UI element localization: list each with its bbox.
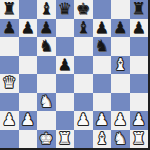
square-e5[interactable] <box>74 56 93 75</box>
square-h7[interactable]: ♟ <box>130 19 149 38</box>
square-f7[interactable]: ♟ <box>93 19 112 38</box>
square-c1[interactable]: ♚ <box>37 130 56 149</box>
square-d4[interactable] <box>56 74 75 93</box>
square-g7[interactable]: ♟ <box>111 19 130 38</box>
square-h6[interactable] <box>130 37 149 56</box>
square-g2[interactable]: ♟ <box>111 111 130 130</box>
square-g5[interactable]: ♝ <box>111 56 130 75</box>
black-queen-piece[interactable]: ♛ <box>58 1 72 17</box>
chess-board: ♜♝♛♚♜♟♟♟♝♟♟♟♞♞♟♝♛♞♟♟♟♟♟♟♚♜♝♞♜ <box>0 0 150 150</box>
white-rook-piece[interactable]: ♜ <box>132 131 146 147</box>
square-e3[interactable] <box>74 93 93 112</box>
square-f6[interactable]: ♞ <box>93 37 112 56</box>
square-d8[interactable]: ♛ <box>56 0 75 19</box>
square-b7[interactable]: ♟ <box>19 19 38 38</box>
black-pawn-piece[interactable]: ♟ <box>95 20 109 36</box>
black-king-piece[interactable]: ♚ <box>76 1 90 17</box>
white-pawn-piece[interactable]: ♟ <box>113 112 127 128</box>
square-d2[interactable] <box>56 111 75 130</box>
square-a2[interactable]: ♟ <box>0 111 19 130</box>
square-e7[interactable]: ♝ <box>74 19 93 38</box>
white-queen-piece[interactable]: ♛ <box>2 75 16 91</box>
square-e4[interactable] <box>74 74 93 93</box>
black-rook-piece[interactable]: ♜ <box>132 1 146 17</box>
white-knight-piece[interactable]: ♞ <box>113 131 127 147</box>
square-a8[interactable]: ♜ <box>0 0 19 19</box>
square-e1[interactable] <box>74 130 93 149</box>
square-h2[interactable]: ♟ <box>130 111 149 130</box>
black-pawn-piece[interactable]: ♟ <box>21 20 35 36</box>
square-c7[interactable]: ♟ <box>37 19 56 38</box>
square-e8[interactable]: ♚ <box>74 0 93 19</box>
square-d6[interactable] <box>56 37 75 56</box>
square-c8[interactable]: ♝ <box>37 0 56 19</box>
square-h5[interactable] <box>130 56 149 75</box>
square-h4[interactable] <box>130 74 149 93</box>
black-pawn-piece[interactable]: ♟ <box>113 20 127 36</box>
square-f3[interactable] <box>93 93 112 112</box>
square-f5[interactable] <box>93 56 112 75</box>
white-bishop-piece[interactable]: ♝ <box>113 57 127 73</box>
square-b8[interactable] <box>19 0 38 19</box>
square-c2[interactable] <box>37 111 56 130</box>
black-bishop-piece[interactable]: ♝ <box>39 1 53 17</box>
white-pawn-piece[interactable]: ♟ <box>76 112 90 128</box>
square-g4[interactable] <box>111 74 130 93</box>
square-h1[interactable]: ♜ <box>130 130 149 149</box>
white-king-piece[interactable]: ♚ <box>39 131 53 147</box>
white-bishop-piece[interactable]: ♝ <box>95 131 109 147</box>
white-pawn-piece[interactable]: ♟ <box>95 112 109 128</box>
black-bishop-piece[interactable]: ♝ <box>76 20 90 36</box>
square-a3[interactable] <box>0 93 19 112</box>
square-b5[interactable] <box>19 56 38 75</box>
square-c5[interactable] <box>37 56 56 75</box>
square-b6[interactable] <box>19 37 38 56</box>
square-e6[interactable] <box>74 37 93 56</box>
white-rook-piece[interactable]: ♜ <box>58 131 72 147</box>
square-h3[interactable] <box>130 93 149 112</box>
white-pawn-piece[interactable]: ♟ <box>2 112 16 128</box>
square-g8[interactable] <box>111 0 130 19</box>
black-rook-piece[interactable]: ♜ <box>2 1 16 17</box>
square-d5[interactable]: ♟ <box>56 56 75 75</box>
square-g3[interactable] <box>111 93 130 112</box>
square-a6[interactable] <box>0 37 19 56</box>
black-pawn-piece[interactable]: ♟ <box>58 57 72 73</box>
white-pawn-piece[interactable]: ♟ <box>132 112 146 128</box>
square-e2[interactable]: ♟ <box>74 111 93 130</box>
square-a5[interactable] <box>0 56 19 75</box>
square-d7[interactable] <box>56 19 75 38</box>
white-knight-piece[interactable]: ♞ <box>39 94 53 110</box>
square-f8[interactable] <box>93 0 112 19</box>
square-d1[interactable]: ♜ <box>56 130 75 149</box>
black-pawn-piece[interactable]: ♟ <box>132 20 146 36</box>
black-knight-piece[interactable]: ♞ <box>39 38 53 54</box>
square-d3[interactable] <box>56 93 75 112</box>
black-knight-piece[interactable]: ♞ <box>95 38 109 54</box>
square-g6[interactable] <box>111 37 130 56</box>
square-b3[interactable] <box>19 93 38 112</box>
square-c3[interactable]: ♞ <box>37 93 56 112</box>
square-a1[interactable] <box>0 130 19 149</box>
square-a4[interactable]: ♛ <box>0 74 19 93</box>
square-f1[interactable]: ♝ <box>93 130 112 149</box>
square-c4[interactable] <box>37 74 56 93</box>
white-pawn-piece[interactable]: ♟ <box>21 112 35 128</box>
square-f2[interactable]: ♟ <box>93 111 112 130</box>
black-pawn-piece[interactable]: ♟ <box>2 20 16 36</box>
square-f4[interactable] <box>93 74 112 93</box>
square-b1[interactable] <box>19 130 38 149</box>
square-h8[interactable]: ♜ <box>130 0 149 19</box>
square-a7[interactable]: ♟ <box>0 19 19 38</box>
square-b4[interactable] <box>19 74 38 93</box>
black-pawn-piece[interactable]: ♟ <box>39 20 53 36</box>
square-g1[interactable]: ♞ <box>111 130 130 149</box>
square-c6[interactable]: ♞ <box>37 37 56 56</box>
square-b2[interactable]: ♟ <box>19 111 38 130</box>
